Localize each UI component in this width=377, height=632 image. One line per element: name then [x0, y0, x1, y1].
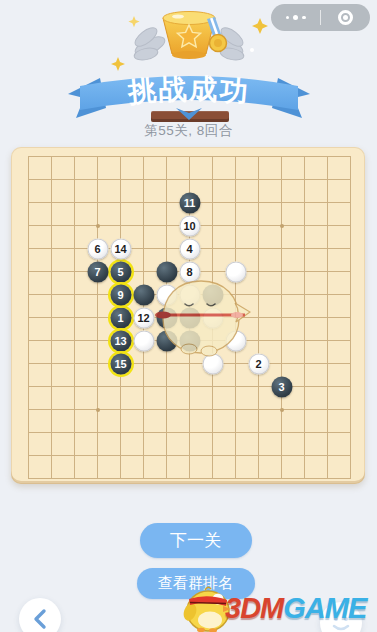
watermark-3dm: 3DM — [225, 592, 283, 624]
stone-move-3: 3 — [271, 376, 292, 397]
chevron-left-icon — [32, 608, 48, 630]
level-info: 第55关, 8回合 — [0, 122, 377, 140]
stone-move-11: 11 — [179, 192, 200, 213]
svg-text:挑战成功: 挑战成功 — [124, 73, 250, 108]
stone-move-2: 2 — [248, 353, 269, 374]
stone-move-10: 10 — [179, 215, 200, 236]
watermark-game: GAME — [283, 592, 366, 624]
star-point — [280, 224, 284, 228]
stone-move-6: 6 — [87, 238, 108, 259]
stone-move-15: 15 — [110, 353, 131, 374]
success-banner: 挑战成功 — [64, 64, 314, 130]
gomoku-board: 123456789101112131415 — [11, 147, 365, 484]
hamster-mascot-icon — [151, 275, 251, 357]
stone-move-13: 13 — [110, 330, 131, 351]
more-button[interactable] — [271, 4, 320, 31]
watermark: 3DMGAME — [183, 584, 377, 632]
stone-move-5: 5 — [110, 261, 131, 282]
challenge-success-screen: 挑战成功 第55关, 8回合 123456789101112131415 下一关… — [0, 0, 377, 632]
star-point — [96, 224, 100, 228]
home-button[interactable] — [321, 4, 370, 31]
wechat-capsule — [271, 4, 370, 31]
stone-move-4: 4 — [179, 238, 200, 259]
star-point — [96, 408, 100, 412]
next-level-button[interactable]: 下一关 — [140, 523, 252, 558]
stone-move-9: 9 — [110, 284, 131, 305]
watermark-text: 3DMGAME — [225, 592, 366, 625]
target-circle-icon — [338, 10, 353, 25]
ribbon-banner: 挑战成功 — [64, 64, 314, 126]
banner-title: 挑战成功 — [124, 73, 250, 108]
stone-move-1: 1 — [110, 307, 131, 328]
star-point — [280, 408, 284, 412]
three-dots-icon — [286, 15, 306, 20]
stone-move-7: 7 — [87, 261, 108, 282]
stone-move-14: 14 — [110, 238, 131, 259]
back-button[interactable] — [19, 598, 61, 632]
